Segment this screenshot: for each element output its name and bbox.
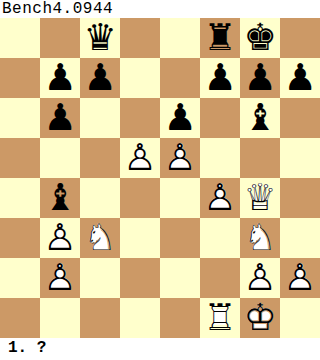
square-e8[interactable] [160, 18, 200, 58]
square-c3[interactable]: ♞♘ [80, 218, 120, 258]
square-f6[interactable] [200, 98, 240, 138]
square-g7[interactable]: ♟ [240, 58, 280, 98]
square-a6[interactable] [0, 98, 40, 138]
piece-black-queen: ♛ [80, 18, 120, 58]
square-e4[interactable] [160, 178, 200, 218]
piece-black-pawn: ♟ [200, 58, 240, 98]
piece-white-knight: ♞♘ [80, 218, 120, 258]
square-d2[interactable] [120, 258, 160, 298]
square-e7[interactable] [160, 58, 200, 98]
square-c7[interactable]: ♟ [80, 58, 120, 98]
piece-black-bishop: ♝ [40, 178, 80, 218]
square-b2[interactable]: ♟♙ [40, 258, 80, 298]
square-b8[interactable] [40, 18, 80, 58]
square-e1[interactable] [160, 298, 200, 338]
chess-board: ♛♜♚♟♟♟♟♟♟♟♝♟♙♟♙♝♟♙♛♕♟♙♞♘♞♘♟♙♟♙♟♙♜♖♚♔ [0, 18, 320, 338]
piece-white-knight: ♞♘ [240, 218, 280, 258]
square-c6[interactable] [80, 98, 120, 138]
square-e2[interactable] [160, 258, 200, 298]
chess-benchmark-window: Bench4.0944 ♛♜♚♟♟♟♟♟♟♟♝♟♙♟♙♝♟♙♛♕♟♙♞♘♞♘♟♙… [0, 0, 320, 360]
piece-white-pawn: ♟♙ [120, 138, 160, 178]
piece-black-pawn: ♟ [80, 58, 120, 98]
square-c5[interactable] [80, 138, 120, 178]
square-g1[interactable]: ♚♔ [240, 298, 280, 338]
square-h6[interactable] [280, 98, 320, 138]
move-prompt: 1. ? [0, 338, 320, 360]
piece-white-pawn: ♟♙ [40, 258, 80, 298]
square-f2[interactable] [200, 258, 240, 298]
square-b5[interactable] [40, 138, 80, 178]
piece-black-pawn: ♟ [240, 58, 280, 98]
square-a2[interactable] [0, 258, 40, 298]
piece-white-pawn: ♟♙ [200, 178, 240, 218]
square-d8[interactable] [120, 18, 160, 58]
piece-black-pawn: ♟ [160, 98, 200, 138]
piece-black-pawn: ♟ [40, 98, 80, 138]
square-g3[interactable]: ♞♘ [240, 218, 280, 258]
square-h5[interactable] [280, 138, 320, 178]
square-g4[interactable]: ♛♕ [240, 178, 280, 218]
square-f8[interactable]: ♜ [200, 18, 240, 58]
square-d1[interactable] [120, 298, 160, 338]
square-f5[interactable] [200, 138, 240, 178]
square-e6[interactable]: ♟ [160, 98, 200, 138]
square-g8[interactable]: ♚ [240, 18, 280, 58]
square-e5[interactable]: ♟♙ [160, 138, 200, 178]
piece-white-pawn: ♟♙ [240, 258, 280, 298]
square-d4[interactable] [120, 178, 160, 218]
square-h8[interactable] [280, 18, 320, 58]
square-d6[interactable] [120, 98, 160, 138]
square-f7[interactable]: ♟ [200, 58, 240, 98]
piece-black-pawn: ♟ [40, 58, 80, 98]
square-h7[interactable]: ♟ [280, 58, 320, 98]
square-f3[interactable] [200, 218, 240, 258]
square-a5[interactable] [0, 138, 40, 178]
square-g2[interactable]: ♟♙ [240, 258, 280, 298]
piece-black-bishop: ♝ [240, 98, 280, 138]
square-c2[interactable] [80, 258, 120, 298]
piece-white-rook: ♜♖ [200, 298, 240, 338]
square-c4[interactable] [80, 178, 120, 218]
square-a7[interactable] [0, 58, 40, 98]
piece-black-pawn: ♟ [280, 58, 320, 98]
square-h1[interactable] [280, 298, 320, 338]
square-b4[interactable]: ♝ [40, 178, 80, 218]
square-f1[interactable]: ♜♖ [200, 298, 240, 338]
square-a8[interactable] [0, 18, 40, 58]
square-b6[interactable]: ♟ [40, 98, 80, 138]
piece-black-rook: ♜ [200, 18, 240, 58]
square-a4[interactable] [0, 178, 40, 218]
piece-white-king: ♚♔ [240, 298, 280, 338]
square-h4[interactable] [280, 178, 320, 218]
square-a3[interactable] [0, 218, 40, 258]
square-b7[interactable]: ♟ [40, 58, 80, 98]
square-h2[interactable]: ♟♙ [280, 258, 320, 298]
square-b1[interactable] [40, 298, 80, 338]
square-d7[interactable] [120, 58, 160, 98]
square-d5[interactable]: ♟♙ [120, 138, 160, 178]
piece-white-queen: ♛♕ [240, 178, 280, 218]
piece-white-pawn: ♟♙ [160, 138, 200, 178]
square-g5[interactable] [240, 138, 280, 178]
square-d3[interactable] [120, 218, 160, 258]
square-h3[interactable] [280, 218, 320, 258]
square-c8[interactable]: ♛ [80, 18, 120, 58]
piece-white-pawn: ♟♙ [40, 218, 80, 258]
piece-black-king: ♚ [240, 18, 280, 58]
square-b3[interactable]: ♟♙ [40, 218, 80, 258]
square-f4[interactable]: ♟♙ [200, 178, 240, 218]
square-c1[interactable] [80, 298, 120, 338]
square-g6[interactable]: ♝ [240, 98, 280, 138]
square-e3[interactable] [160, 218, 200, 258]
piece-white-pawn: ♟♙ [280, 258, 320, 298]
square-a1[interactable] [0, 298, 40, 338]
